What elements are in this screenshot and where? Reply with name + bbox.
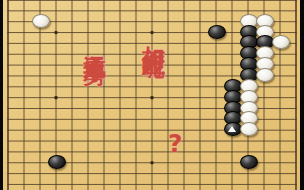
star-point (54, 31, 58, 35)
last-move-triangle-icon (228, 126, 236, 132)
letterbox-bar-left (0, 0, 3, 190)
question-mark: ? (168, 131, 183, 156)
caption-thickness: 通天厚势 (83, 37, 106, 47)
star-point (150, 96, 154, 100)
star-point (54, 96, 58, 100)
stone-black (240, 155, 258, 169)
stone-black (48, 155, 66, 169)
star-point (150, 161, 154, 165)
letterbox-bar-right (300, 0, 304, 190)
caption-question: 如何应对呢 (142, 28, 165, 40)
stone-white (256, 68, 274, 82)
stone-black (208, 25, 226, 39)
stone-white (32, 14, 50, 28)
video-frame: 通天厚势 如何应对呢 ? (0, 0, 304, 190)
